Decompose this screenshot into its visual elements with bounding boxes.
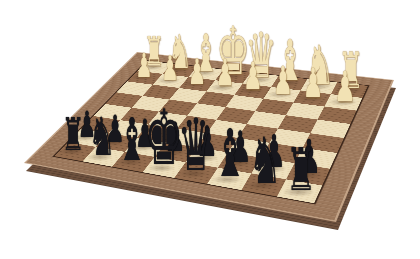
chess-board — [24, 52, 394, 222]
chessboard-photo-scene: ♜♞♝♚♛♝♞♜♟♟♟♟♟♟♟♟♟♟♟♟♟♟♟♟♜♞♝♚♛♝♞♜ — [0, 0, 420, 259]
